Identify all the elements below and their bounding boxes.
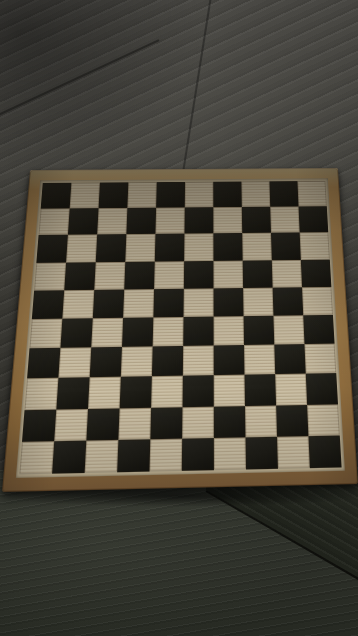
square-r7c1: [27, 348, 60, 379]
square-r4c4: [124, 261, 155, 289]
square-r5c2: [62, 290, 94, 319]
square-r1c5: [156, 182, 185, 208]
square-r5c10: [302, 287, 333, 316]
square-r7c8: [244, 345, 275, 375]
square-r5c3: [93, 289, 124, 318]
square-r9c5: [150, 407, 182, 439]
board-grid: [19, 181, 341, 474]
board-frame: [2, 168, 358, 492]
square-r2c5: [155, 208, 184, 235]
square-r9c8: [245, 405, 277, 437]
square-r5c9: [273, 287, 304, 316]
square-r2c9: [270, 207, 299, 233]
square-r3c9: [271, 233, 301, 260]
square-r4c10: [301, 259, 332, 287]
square-r6c8: [244, 316, 275, 345]
square-r2c7: [213, 207, 242, 234]
square-r8c7: [214, 375, 245, 406]
board-playing-surface: [16, 178, 345, 478]
square-r6c9: [273, 315, 304, 344]
square-r2c6: [184, 207, 213, 234]
square-r10c8: [245, 437, 277, 470]
square-r8c8: [245, 374, 277, 405]
square-r6c6: [183, 317, 213, 347]
square-r5c6: [184, 288, 214, 317]
square-r10c7: [214, 437, 246, 470]
square-r3c1: [36, 235, 68, 262]
square-r9c6: [182, 406, 214, 438]
square-r9c10: [307, 404, 340, 436]
square-r4c6: [184, 261, 214, 289]
square-r10c1: [19, 441, 54, 474]
square-r3c4: [125, 234, 155, 261]
square-r6c10: [303, 315, 334, 344]
square-r4c9: [272, 260, 302, 288]
square-r9c4: [118, 407, 151, 439]
square-r5c1: [32, 290, 64, 319]
square-r3c6: [184, 234, 213, 261]
square-r1c1: [41, 183, 72, 209]
square-r6c1: [29, 319, 62, 349]
square-r1c8: [241, 181, 270, 207]
square-r8c9: [275, 374, 307, 405]
square-r6c7: [214, 316, 244, 346]
square-r1c3: [99, 182, 129, 208]
square-r1c2: [70, 183, 100, 209]
square-r9c1: [22, 409, 56, 441]
square-r10c4: [117, 439, 150, 472]
square-r6c4: [122, 317, 153, 347]
square-r6c5: [153, 317, 184, 347]
square-r1c7: [213, 182, 242, 208]
square-r1c4: [127, 182, 156, 208]
square-r8c2: [56, 378, 89, 410]
square-r7c7: [214, 345, 245, 375]
square-r1c9: [269, 181, 298, 207]
square-r7c9: [274, 344, 305, 374]
photo-scene: [0, 0, 358, 636]
square-r4c1: [34, 262, 66, 290]
square-r2c4: [126, 208, 156, 235]
square-r3c7: [213, 233, 242, 260]
square-r10c2: [52, 440, 86, 473]
square-r10c3: [85, 440, 119, 473]
square-r7c4: [121, 347, 153, 378]
square-r1c10: [297, 181, 326, 207]
square-r4c5: [154, 261, 184, 289]
square-r2c3: [97, 208, 127, 235]
square-r8c10: [306, 373, 338, 404]
square-r5c8: [243, 287, 273, 316]
square-r8c6: [183, 376, 214, 407]
square-r10c10: [308, 435, 341, 468]
square-r9c7: [214, 406, 246, 438]
square-r3c5: [155, 234, 185, 261]
square-r4c2: [64, 262, 95, 290]
square-r10c9: [277, 436, 310, 469]
square-r5c4: [123, 289, 154, 318]
square-r5c5: [153, 289, 183, 318]
square-r4c3: [94, 262, 125, 290]
square-r7c6: [183, 346, 214, 376]
square-r4c8: [243, 260, 273, 288]
square-r6c2: [60, 318, 92, 348]
square-r8c5: [151, 376, 183, 407]
square-r4c7: [213, 260, 243, 288]
square-r6c3: [91, 318, 123, 348]
square-r3c8: [242, 233, 272, 260]
draughts-board: [2, 168, 358, 492]
square-r10c6: [182, 438, 214, 471]
square-r3c3: [96, 234, 127, 261]
square-r5c7: [214, 288, 244, 317]
square-r7c10: [304, 344, 336, 374]
square-r2c10: [299, 206, 329, 232]
square-r7c2: [58, 348, 91, 379]
square-r2c2: [68, 208, 99, 235]
square-r9c2: [54, 409, 88, 441]
square-r10c5: [150, 438, 183, 471]
square-r8c3: [88, 377, 121, 408]
square-r3c10: [300, 232, 330, 259]
square-r1c6: [185, 182, 214, 208]
square-r7c3: [90, 347, 122, 378]
square-r3c2: [66, 235, 97, 262]
square-r9c9: [276, 405, 308, 437]
square-r2c8: [242, 207, 271, 233]
square-r8c1: [25, 378, 59, 410]
square-r8c4: [120, 377, 152, 408]
square-r9c3: [86, 408, 119, 440]
square-r2c1: [39, 209, 70, 236]
square-r7c5: [152, 346, 183, 376]
